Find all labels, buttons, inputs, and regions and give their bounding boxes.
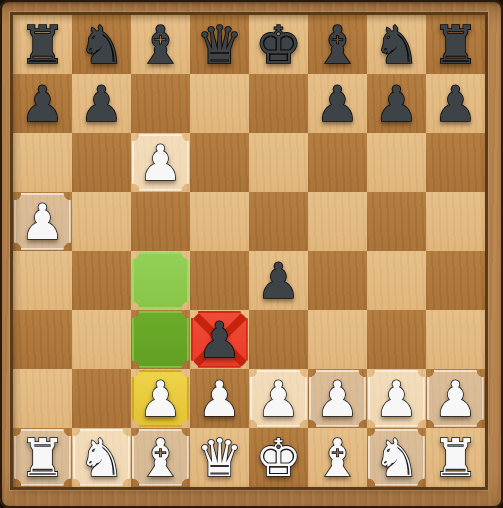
piece-white-bishop-c1[interactable]: ♝	[131, 428, 190, 487]
square-b8[interactable]: ♞	[72, 15, 131, 74]
wooden-board-frame: ♜♞♝♛♚♝♞♜♟♟♟♟♟♟♟♟♟♟♟♟♟♟♟♜♞♝♛♚♝♞♜	[0, 0, 503, 508]
square-g3[interactable]	[367, 310, 426, 369]
piece-black-king-e8[interactable]: ♚	[249, 15, 308, 74]
square-f3[interactable]	[308, 310, 367, 369]
square-d5[interactable]	[190, 192, 249, 251]
square-e7[interactable]	[249, 74, 308, 133]
piece-white-knight-g1[interactable]: ♞	[367, 428, 426, 487]
square-h6[interactable]	[426, 133, 485, 192]
square-a4[interactable]	[13, 251, 72, 310]
square-c8[interactable]: ♝	[131, 15, 190, 74]
square-h1[interactable]: ♜	[426, 428, 485, 487]
square-c1[interactable]: ♝	[131, 428, 190, 487]
piece-black-pawn-d3[interactable]: ♟	[190, 310, 249, 369]
piece-white-pawn-g2[interactable]: ♟	[367, 369, 426, 428]
square-c6[interactable]: ♟	[131, 133, 190, 192]
piece-black-pawn-g7[interactable]: ♟	[367, 74, 426, 133]
piece-black-pawn-a7[interactable]: ♟	[13, 74, 72, 133]
square-d3[interactable]: ♟	[190, 310, 249, 369]
square-c5[interactable]	[131, 192, 190, 251]
square-c2[interactable]: ♟	[131, 369, 190, 428]
piece-white-knight-b1[interactable]: ♞	[72, 428, 131, 487]
piece-black-bishop-f8[interactable]: ♝	[308, 15, 367, 74]
square-f4[interactable]	[308, 251, 367, 310]
square-h7[interactable]: ♟	[426, 74, 485, 133]
square-e8[interactable]: ♚	[249, 15, 308, 74]
piece-white-pawn-c2[interactable]: ♟	[131, 369, 190, 428]
square-f1[interactable]: ♝	[308, 428, 367, 487]
square-g4[interactable]	[367, 251, 426, 310]
piece-white-pawn-c6[interactable]: ♟	[131, 133, 190, 192]
square-f7[interactable]: ♟	[308, 74, 367, 133]
piece-white-rook-a1[interactable]: ♜	[13, 428, 72, 487]
square-b4[interactable]	[72, 251, 131, 310]
square-d6[interactable]	[190, 133, 249, 192]
square-a3[interactable]	[13, 310, 72, 369]
square-d7[interactable]	[190, 74, 249, 133]
piece-black-pawn-h7[interactable]: ♟	[426, 74, 485, 133]
square-a5[interactable]: ♟	[13, 192, 72, 251]
piece-black-pawn-e4[interactable]: ♟	[249, 251, 308, 310]
piece-white-pawn-a5[interactable]: ♟	[13, 192, 72, 251]
chess-board: ♜♞♝♛♚♝♞♜♟♟♟♟♟♟♟♟♟♟♟♟♟♟♟♜♞♝♛♚♝♞♜	[13, 15, 485, 487]
piece-black-queen-d8[interactable]: ♛	[190, 15, 249, 74]
piece-white-pawn-h2[interactable]: ♟	[426, 369, 485, 428]
square-c4[interactable]	[131, 251, 190, 310]
square-d4[interactable]	[190, 251, 249, 310]
piece-black-pawn-b7[interactable]: ♟	[72, 74, 131, 133]
square-b3[interactable]	[72, 310, 131, 369]
piece-white-queen-d1[interactable]: ♛	[190, 428, 249, 487]
square-a6[interactable]	[13, 133, 72, 192]
square-g5[interactable]	[367, 192, 426, 251]
piece-white-bishop-f1[interactable]: ♝	[308, 428, 367, 487]
square-e3[interactable]	[249, 310, 308, 369]
piece-black-bishop-c8[interactable]: ♝	[131, 15, 190, 74]
square-g6[interactable]	[367, 133, 426, 192]
piece-white-rook-h1[interactable]: ♜	[426, 428, 485, 487]
piece-black-knight-g8[interactable]: ♞	[367, 15, 426, 74]
square-f6[interactable]	[308, 133, 367, 192]
piece-black-rook-h8[interactable]: ♜	[426, 15, 485, 74]
square-b6[interactable]	[72, 133, 131, 192]
square-f5[interactable]	[308, 192, 367, 251]
square-a8[interactable]: ♜	[13, 15, 72, 74]
square-e5[interactable]	[249, 192, 308, 251]
square-h2[interactable]: ♟	[426, 369, 485, 428]
square-b1[interactable]: ♞	[72, 428, 131, 487]
square-h4[interactable]	[426, 251, 485, 310]
piece-black-pawn-f7[interactable]: ♟	[308, 74, 367, 133]
square-f8[interactable]: ♝	[308, 15, 367, 74]
square-g2[interactable]: ♟	[367, 369, 426, 428]
square-g7[interactable]: ♟	[367, 74, 426, 133]
square-d1[interactable]: ♛	[190, 428, 249, 487]
square-a1[interactable]: ♜	[13, 428, 72, 487]
square-b2[interactable]	[72, 369, 131, 428]
square-h5[interactable]	[426, 192, 485, 251]
piece-black-rook-a8[interactable]: ♜	[13, 15, 72, 74]
square-d8[interactable]: ♛	[190, 15, 249, 74]
piece-white-pawn-d2[interactable]: ♟	[190, 369, 249, 428]
square-a2[interactable]	[13, 369, 72, 428]
square-a7[interactable]: ♟	[13, 74, 72, 133]
piece-white-king-e1[interactable]: ♚	[249, 428, 308, 487]
piece-black-knight-b8[interactable]: ♞	[72, 15, 131, 74]
square-b7[interactable]: ♟	[72, 74, 131, 133]
square-g8[interactable]: ♞	[367, 15, 426, 74]
square-d2[interactable]: ♟	[190, 369, 249, 428]
square-e6[interactable]	[249, 133, 308, 192]
square-h8[interactable]: ♜	[426, 15, 485, 74]
legal-move-highlight	[132, 252, 189, 309]
square-f2[interactable]: ♟	[308, 369, 367, 428]
legal-move-highlight	[132, 311, 189, 368]
square-b5[interactable]	[72, 192, 131, 251]
piece-white-pawn-f2[interactable]: ♟	[308, 369, 367, 428]
square-c7[interactable]	[131, 74, 190, 133]
square-g1[interactable]: ♞	[367, 428, 426, 487]
square-h3[interactable]	[426, 310, 485, 369]
square-e2[interactable]: ♟	[249, 369, 308, 428]
piece-white-pawn-e2[interactable]: ♟	[249, 369, 308, 428]
square-c3[interactable]	[131, 310, 190, 369]
square-e4[interactable]: ♟	[249, 251, 308, 310]
square-e1[interactable]: ♚	[249, 428, 308, 487]
